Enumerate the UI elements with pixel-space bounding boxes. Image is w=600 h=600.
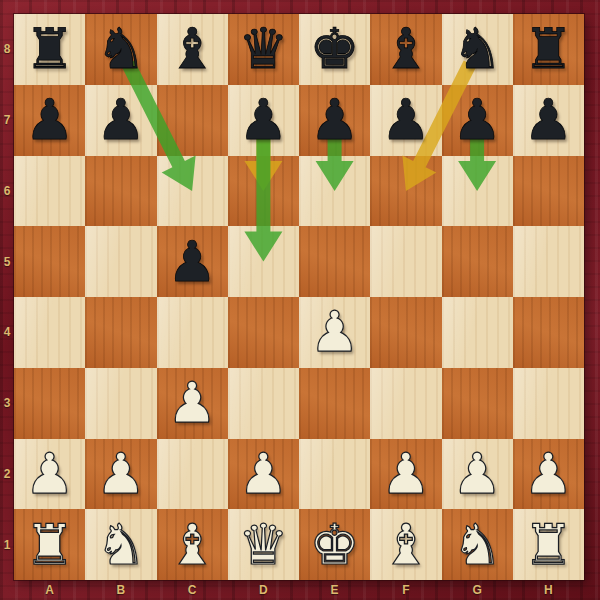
square-f3[interactable] [370, 368, 441, 439]
square-c3[interactable]: ♟ [157, 368, 228, 439]
square-f7[interactable]: ♟ [370, 85, 441, 156]
square-b3[interactable] [85, 368, 156, 439]
piece-black-bishop-f8[interactable]: ♝ [381, 21, 431, 77]
square-h6[interactable] [513, 156, 584, 227]
square-c5[interactable]: ♟ [157, 226, 228, 297]
square-f6[interactable] [370, 156, 441, 227]
square-d4[interactable] [228, 297, 299, 368]
square-b1[interactable]: ♞ [85, 509, 156, 580]
square-f2[interactable]: ♟ [370, 439, 441, 510]
rank-label-5: 5 [0, 255, 14, 269]
screenshot-root: ♜♞♝♛♚♝♞♜♟♟♟♟♟♟♟♟♟♟♟♟♟♟♟♟♜♞♝♛♚♝♞♜ ABCDEFG… [0, 0, 600, 600]
square-h2[interactable]: ♟ [513, 439, 584, 510]
piece-white-pawn-c3[interactable]: ♟ [167, 375, 217, 431]
square-g5[interactable] [442, 226, 513, 297]
piece-white-bishop-f1[interactable]: ♝ [381, 517, 431, 573]
piece-black-pawn-h7[interactable]: ♟ [523, 92, 573, 148]
board-frame: ♜♞♝♛♚♝♞♜♟♟♟♟♟♟♟♟♟♟♟♟♟♟♟♟♜♞♝♛♚♝♞♜ ABCDEFG… [0, 0, 600, 600]
square-e3[interactable] [299, 368, 370, 439]
square-h1[interactable]: ♜ [513, 509, 584, 580]
square-e6[interactable] [299, 156, 370, 227]
square-f5[interactable] [370, 226, 441, 297]
piece-black-knight-g8[interactable]: ♞ [452, 21, 502, 77]
piece-white-bishop-c1[interactable]: ♝ [167, 517, 217, 573]
square-h7[interactable]: ♟ [513, 85, 584, 156]
piece-white-queen-d1[interactable]: ♛ [238, 517, 288, 573]
file-label-c: C [188, 580, 197, 600]
piece-black-pawn-e7[interactable]: ♟ [310, 92, 360, 148]
square-h4[interactable] [513, 297, 584, 368]
square-d1[interactable]: ♛ [228, 509, 299, 580]
square-c4[interactable] [157, 297, 228, 368]
square-d3[interactable] [228, 368, 299, 439]
square-f8[interactable]: ♝ [370, 14, 441, 85]
piece-white-pawn-f2[interactable]: ♟ [381, 446, 431, 502]
square-a2[interactable]: ♟ [14, 439, 85, 510]
piece-white-pawn-h2[interactable]: ♟ [523, 446, 573, 502]
square-f4[interactable] [370, 297, 441, 368]
file-label-a: A [45, 580, 54, 600]
square-a1[interactable]: ♜ [14, 509, 85, 580]
piece-white-pawn-a2[interactable]: ♟ [25, 446, 75, 502]
piece-black-king-e8[interactable]: ♚ [310, 21, 360, 77]
piece-white-king-e1[interactable]: ♚ [310, 517, 360, 573]
square-g6[interactable] [442, 156, 513, 227]
square-c7[interactable] [157, 85, 228, 156]
square-a3[interactable] [14, 368, 85, 439]
square-c1[interactable]: ♝ [157, 509, 228, 580]
square-b8[interactable]: ♞ [85, 14, 156, 85]
square-g7[interactable]: ♟ [442, 85, 513, 156]
rank-label-7: 7 [0, 113, 14, 127]
square-e1[interactable]: ♚ [299, 509, 370, 580]
piece-white-pawn-g2[interactable]: ♟ [452, 446, 502, 502]
piece-black-pawn-f7[interactable]: ♟ [381, 92, 431, 148]
square-a4[interactable] [14, 297, 85, 368]
board-area: ♜♞♝♛♚♝♞♜♟♟♟♟♟♟♟♟♟♟♟♟♟♟♟♟♜♞♝♛♚♝♞♜ [14, 14, 584, 580]
square-g4[interactable] [442, 297, 513, 368]
square-e8[interactable]: ♚ [299, 14, 370, 85]
rank-label-3: 3 [0, 396, 14, 410]
piece-white-pawn-e4[interactable]: ♟ [310, 304, 360, 360]
piece-white-knight-g1[interactable]: ♞ [452, 517, 502, 573]
square-c6[interactable] [157, 156, 228, 227]
piece-black-queen-d8[interactable]: ♛ [238, 21, 288, 77]
square-g3[interactable] [442, 368, 513, 439]
rank-label-1: 1 [0, 538, 14, 552]
square-a5[interactable] [14, 226, 85, 297]
file-label-e: E [331, 580, 339, 600]
file-label-f: F [402, 580, 409, 600]
piece-white-pawn-b2[interactable]: ♟ [96, 446, 146, 502]
piece-black-pawn-c5[interactable]: ♟ [167, 234, 217, 290]
square-h3[interactable] [513, 368, 584, 439]
rank-label-2: 2 [0, 467, 14, 481]
piece-white-pawn-d2[interactable]: ♟ [238, 446, 288, 502]
piece-black-pawn-d7[interactable]: ♟ [238, 92, 288, 148]
square-d2[interactable]: ♟ [228, 439, 299, 510]
chess-board: ♜♞♝♛♚♝♞♜♟♟♟♟♟♟♟♟♟♟♟♟♟♟♟♟♜♞♝♛♚♝♞♜ [14, 14, 584, 580]
square-b5[interactable] [85, 226, 156, 297]
piece-black-rook-a8[interactable]: ♜ [25, 21, 75, 77]
square-e4[interactable]: ♟ [299, 297, 370, 368]
piece-white-rook-a1[interactable]: ♜ [25, 517, 75, 573]
piece-black-knight-b8[interactable]: ♞ [96, 21, 146, 77]
square-b4[interactable] [85, 297, 156, 368]
square-d6[interactable] [228, 156, 299, 227]
piece-black-rook-h8[interactable]: ♜ [523, 21, 573, 77]
piece-white-knight-b1[interactable]: ♞ [96, 517, 146, 573]
rank-label-8: 8 [0, 42, 14, 56]
square-a7[interactable]: ♟ [14, 85, 85, 156]
square-g1[interactable]: ♞ [442, 509, 513, 580]
piece-black-pawn-a7[interactable]: ♟ [25, 92, 75, 148]
square-d7[interactable]: ♟ [228, 85, 299, 156]
piece-black-pawn-b7[interactable]: ♟ [96, 92, 146, 148]
file-label-d: D [259, 580, 268, 600]
square-d5[interactable] [228, 226, 299, 297]
square-b2[interactable]: ♟ [85, 439, 156, 510]
square-c2[interactable] [157, 439, 228, 510]
square-g8[interactable]: ♞ [442, 14, 513, 85]
square-a6[interactable] [14, 156, 85, 227]
square-e7[interactable]: ♟ [299, 85, 370, 156]
rank-label-6: 6 [0, 184, 14, 198]
square-h5[interactable] [513, 226, 584, 297]
file-label-h: H [544, 580, 553, 600]
square-c8[interactable]: ♝ [157, 14, 228, 85]
rank-label-4: 4 [0, 325, 14, 339]
square-a8[interactable]: ♜ [14, 14, 85, 85]
square-f1[interactable]: ♝ [370, 509, 441, 580]
file-label-b: B [117, 580, 126, 600]
piece-black-bishop-c8[interactable]: ♝ [167, 21, 217, 77]
square-e2[interactable] [299, 439, 370, 510]
file-label-g: G [472, 580, 481, 600]
piece-black-pawn-g7[interactable]: ♟ [452, 92, 502, 148]
square-e5[interactable] [299, 226, 370, 297]
square-d8[interactable]: ♛ [228, 14, 299, 85]
piece-white-rook-h1[interactable]: ♜ [523, 517, 573, 573]
square-g2[interactable]: ♟ [442, 439, 513, 510]
square-b6[interactable] [85, 156, 156, 227]
square-h8[interactable]: ♜ [513, 14, 584, 85]
square-b7[interactable]: ♟ [85, 85, 156, 156]
